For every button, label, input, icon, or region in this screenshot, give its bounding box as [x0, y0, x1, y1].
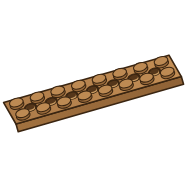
lego-part-figure [0, 0, 192, 192]
lego-part-render [0, 0, 192, 192]
